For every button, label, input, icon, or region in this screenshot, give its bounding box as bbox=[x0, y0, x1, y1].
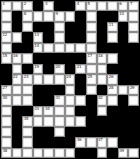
cell-r9c8-block bbox=[75, 85, 86, 95]
cell-r5c8[interactable] bbox=[75, 43, 86, 53]
cell-r11c12-block bbox=[118, 106, 129, 116]
cell-r12c9-block bbox=[86, 116, 97, 126]
cell-r5c5[interactable] bbox=[43, 43, 54, 53]
clue-number-21: 21 bbox=[77, 65, 82, 69]
cell-r5c3-block bbox=[22, 43, 33, 53]
cell-r12c4[interactable] bbox=[33, 116, 44, 126]
cell-r8c12-block bbox=[118, 74, 129, 84]
cell-r1c13[interactable]: 7 bbox=[128, 1, 139, 11]
clue-number-7: 7 bbox=[130, 2, 132, 6]
cell-r15c5[interactable] bbox=[43, 148, 54, 158]
cell-r8c9[interactable]: 25 bbox=[86, 74, 97, 84]
cell-r14c9[interactable] bbox=[86, 137, 97, 147]
clue-number-19: 19 bbox=[34, 65, 39, 69]
cell-r10c1[interactable]: 30 bbox=[1, 95, 12, 105]
cell-r5c4[interactable]: 14 bbox=[33, 43, 44, 53]
cell-r13c2-block bbox=[12, 127, 23, 137]
cell-r6c13-block bbox=[128, 53, 139, 63]
cell-r1c8[interactable]: 4 bbox=[75, 1, 86, 11]
cell-r9c9[interactable] bbox=[86, 85, 97, 95]
cell-r11c7[interactable] bbox=[65, 106, 76, 116]
clue-number-18: 18 bbox=[98, 54, 103, 58]
clue-number-22: 22 bbox=[13, 75, 18, 79]
cell-r2c5[interactable] bbox=[43, 11, 54, 21]
cell-r3c5-block bbox=[43, 22, 54, 32]
clue-number-5: 5 bbox=[87, 2, 89, 6]
cell-r13c8-block bbox=[75, 127, 86, 137]
cell-r11c6[interactable] bbox=[54, 106, 65, 116]
cell-r8c6[interactable] bbox=[54, 74, 65, 84]
cell-r11c5[interactable]: 34 bbox=[43, 106, 54, 116]
cell-r1c2[interactable] bbox=[12, 1, 23, 11]
cell-r5c6[interactable] bbox=[54, 43, 65, 53]
cell-r3c6[interactable] bbox=[54, 22, 65, 32]
cell-r1c4-block bbox=[33, 1, 44, 11]
cell-r10c12-block bbox=[118, 95, 129, 105]
cell-r13c10-block bbox=[97, 127, 108, 137]
cell-r8c10[interactable] bbox=[97, 74, 108, 84]
clue-number-14: 14 bbox=[34, 44, 39, 48]
cell-r8c5[interactable] bbox=[43, 74, 54, 84]
cell-r10c2[interactable] bbox=[12, 95, 23, 105]
cell-r1c11[interactable] bbox=[107, 1, 118, 11]
cell-r10c7[interactable] bbox=[65, 95, 76, 105]
cell-r3c10-block bbox=[97, 22, 108, 32]
cell-r5c12-block bbox=[118, 43, 129, 53]
cell-r13c1[interactable] bbox=[1, 127, 12, 137]
clue-number-8: 8 bbox=[24, 12, 26, 16]
cell-r9c3[interactable] bbox=[22, 85, 33, 95]
cell-r11c10[interactable] bbox=[97, 106, 108, 116]
cell-r9c10-block bbox=[97, 85, 108, 95]
cell-r13c4-block bbox=[33, 127, 44, 137]
clue-number-38: 38 bbox=[3, 149, 8, 153]
clue-number-17: 17 bbox=[87, 54, 92, 58]
cell-r3c11[interactable]: 11 bbox=[107, 22, 118, 32]
cell-r14c4-block bbox=[33, 137, 44, 147]
cell-r13c11-block bbox=[107, 127, 118, 137]
clue-number-20: 20 bbox=[56, 65, 61, 69]
cell-r4c7-block bbox=[65, 32, 76, 42]
cell-r1c7-block bbox=[65, 1, 76, 11]
clue-number-28: 28 bbox=[109, 86, 114, 90]
cell-r2c9[interactable] bbox=[86, 11, 97, 21]
cell-r11c3-block bbox=[22, 106, 33, 116]
cell-r8c7[interactable]: 24 bbox=[65, 74, 76, 84]
cell-r7c7-block bbox=[65, 64, 76, 74]
cell-r4c4[interactable]: 13 bbox=[33, 32, 44, 42]
clue-number-3: 3 bbox=[45, 2, 47, 6]
cell-r3c9[interactable] bbox=[86, 22, 97, 32]
cell-r4c9[interactable] bbox=[86, 32, 97, 42]
clue-number-13: 13 bbox=[34, 33, 39, 37]
cell-r1c10[interactable] bbox=[97, 1, 108, 11]
cell-r2c11-block bbox=[107, 11, 118, 21]
clue-number-1: 1 bbox=[3, 2, 5, 6]
cell-r14c1[interactable] bbox=[1, 137, 12, 147]
cell-r2c3[interactable]: 8 bbox=[22, 11, 33, 21]
cell-r15c11-block bbox=[107, 148, 118, 158]
cell-r8c13-block bbox=[128, 74, 139, 84]
cell-r6c5-block bbox=[43, 53, 54, 63]
clue-number-35: 35 bbox=[24, 117, 29, 121]
cell-r9c2[interactable] bbox=[12, 85, 23, 95]
cell-r1c3[interactable]: 2 bbox=[22, 1, 33, 11]
cell-r12c2-block bbox=[12, 116, 23, 126]
cell-r12c10-block bbox=[97, 116, 108, 126]
cell-r7c12-block bbox=[118, 64, 129, 74]
cell-r5c2-block bbox=[12, 43, 23, 53]
clue-number-34: 34 bbox=[45, 107, 50, 111]
clue-number-26: 26 bbox=[109, 75, 114, 79]
cell-r9c12[interactable] bbox=[118, 85, 129, 95]
cell-r4c3-block bbox=[22, 32, 33, 42]
cell-r11c1[interactable] bbox=[1, 106, 12, 116]
cell-r14c11[interactable] bbox=[107, 137, 118, 147]
cell-r8c1-block bbox=[1, 74, 12, 84]
cell-r15c2[interactable] bbox=[12, 148, 23, 158]
cell-r14c5-block bbox=[43, 137, 54, 147]
cell-r15c7[interactable] bbox=[65, 148, 76, 158]
cell-r4c13[interactable] bbox=[128, 32, 139, 42]
cell-r11c8-block bbox=[75, 106, 86, 116]
clue-number-29: 29 bbox=[130, 86, 135, 90]
cell-r5c11-block bbox=[107, 43, 118, 53]
cell-r15c13[interactable] bbox=[128, 148, 139, 158]
cell-r14c12-block bbox=[118, 137, 129, 147]
cell-r14c3[interactable] bbox=[22, 137, 33, 147]
cell-r11c4[interactable]: 33 bbox=[33, 106, 44, 116]
clue-number-15: 15 bbox=[3, 54, 8, 58]
cell-r12c5[interactable] bbox=[43, 116, 54, 126]
cell-r9c7[interactable] bbox=[65, 85, 76, 95]
cell-r3c12-block bbox=[118, 22, 129, 32]
clue-number-25: 25 bbox=[87, 75, 92, 79]
cell-r6c6-block bbox=[54, 53, 65, 63]
cell-r13c12-block bbox=[118, 127, 129, 137]
cell-r3c3[interactable] bbox=[22, 22, 33, 32]
cell-r4c1[interactable]: 12 bbox=[1, 32, 12, 42]
clue-number-33: 33 bbox=[34, 107, 39, 111]
cell-r1c6-block bbox=[54, 1, 65, 11]
cell-r2c10-block bbox=[97, 11, 108, 21]
cell-r11c11-block bbox=[107, 106, 118, 116]
clue-number-2: 2 bbox=[24, 2, 26, 6]
cell-r5c10-block bbox=[97, 43, 108, 53]
cell-r7c10[interactable] bbox=[97, 64, 108, 74]
cell-r8c8-block bbox=[75, 74, 86, 84]
crossword-board: 1234567891011121314151617181920212223242… bbox=[0, 0, 140, 159]
cell-r6c12-block bbox=[118, 53, 129, 63]
cell-r4c10-block bbox=[97, 32, 108, 42]
clue-number-6: 6 bbox=[119, 2, 121, 6]
cell-r2c1[interactable] bbox=[1, 11, 12, 21]
cell-r7c11-block bbox=[107, 64, 118, 74]
cell-r7c3-block bbox=[22, 64, 33, 74]
cell-r7c2[interactable] bbox=[12, 64, 23, 74]
cell-r15c1[interactable]: 38 bbox=[1, 148, 12, 158]
clue-number-31: 31 bbox=[56, 96, 61, 100]
cell-r4c8-block bbox=[75, 32, 86, 42]
cell-r3c4-block bbox=[33, 22, 44, 32]
cell-r5c13-block bbox=[128, 43, 139, 53]
cell-r15c6[interactable] bbox=[54, 148, 65, 158]
cell-r11c9-block bbox=[86, 106, 97, 116]
cell-r5c1[interactable] bbox=[1, 43, 12, 53]
clue-number-30: 30 bbox=[3, 96, 8, 100]
cell-r7c5-block bbox=[43, 64, 54, 74]
cell-r13c7-block bbox=[65, 127, 76, 137]
cell-r10c8[interactable] bbox=[75, 95, 86, 105]
cell-r13c13-block bbox=[128, 127, 139, 137]
cell-r2c2-block bbox=[12, 11, 23, 21]
cell-r9c1[interactable]: 27 bbox=[1, 85, 12, 95]
cell-r15c4[interactable] bbox=[33, 148, 44, 158]
cell-r9c5-block bbox=[43, 85, 54, 95]
cell-r10c9-block bbox=[86, 95, 97, 105]
cell-r15c3[interactable] bbox=[22, 148, 33, 158]
cell-r1c9[interactable]: 5 bbox=[86, 1, 97, 11]
cell-r13c9-block bbox=[86, 127, 97, 137]
cell-r6c4-block bbox=[33, 53, 44, 63]
cell-r8c4[interactable] bbox=[33, 74, 44, 84]
cell-r8c3[interactable]: 23 bbox=[22, 74, 33, 84]
cell-r14c2-block bbox=[12, 137, 23, 147]
cell-r13c5-block bbox=[43, 127, 54, 137]
cell-r4c6[interactable] bbox=[54, 32, 65, 42]
cell-r6c9[interactable]: 17 bbox=[86, 53, 97, 63]
cell-r14c8[interactable]: 36 bbox=[75, 137, 86, 147]
cell-r12c13-block bbox=[128, 116, 139, 126]
cell-r2c7[interactable] bbox=[65, 11, 76, 21]
clue-number-9: 9 bbox=[56, 12, 58, 16]
cell-r7c9[interactable] bbox=[86, 64, 97, 74]
cell-r9c11[interactable]: 28 bbox=[107, 85, 118, 95]
cell-r8c2[interactable]: 22 bbox=[12, 74, 23, 84]
cell-r1c5[interactable]: 3 bbox=[43, 1, 54, 11]
cell-r15c8-block bbox=[75, 148, 86, 158]
cell-r10c11[interactable] bbox=[107, 95, 118, 105]
clue-number-16: 16 bbox=[13, 54, 18, 58]
clue-number-39: 39 bbox=[119, 149, 124, 153]
cell-r9c6-block bbox=[54, 85, 65, 95]
cell-r12c7[interactable] bbox=[65, 116, 76, 126]
cell-r12c12-block bbox=[118, 116, 129, 126]
cell-r2c12[interactable]: 10 bbox=[118, 11, 129, 21]
cell-r3c2-block bbox=[12, 22, 23, 32]
cell-r14c7-block bbox=[65, 137, 76, 147]
clue-number-37: 37 bbox=[98, 138, 103, 142]
cell-r14c13-block bbox=[128, 137, 139, 147]
clue-number-23: 23 bbox=[24, 75, 29, 79]
cell-r12c3[interactable]: 35 bbox=[22, 116, 33, 126]
cell-r2c13[interactable] bbox=[128, 11, 139, 21]
cell-r5c9[interactable] bbox=[86, 43, 97, 53]
cell-r7c8[interactable]: 21 bbox=[75, 64, 86, 74]
cell-r15c12[interactable]: 39 bbox=[118, 148, 129, 158]
cell-r4c5-block bbox=[43, 32, 54, 42]
cell-r3c13[interactable] bbox=[128, 22, 139, 32]
cell-r6c11[interactable] bbox=[107, 53, 118, 63]
cell-r10c10[interactable]: 32 bbox=[97, 95, 108, 105]
cell-r9c13[interactable]: 29 bbox=[128, 85, 139, 95]
cell-r11c2-block bbox=[12, 106, 23, 116]
cell-r7c6[interactable]: 20 bbox=[54, 64, 65, 74]
cell-r12c8[interactable] bbox=[75, 116, 86, 126]
cell-r15c9-block bbox=[86, 148, 97, 158]
cell-r4c12-block bbox=[118, 32, 129, 42]
cell-r2c8-block bbox=[75, 11, 86, 21]
cell-r12c6[interactable] bbox=[54, 116, 65, 126]
cell-r3c7-block bbox=[65, 22, 76, 32]
cell-r10c5-block bbox=[43, 95, 54, 105]
crossword-grid: 1234567891011121314151617181920212223242… bbox=[0, 0, 140, 159]
cell-r10c3[interactable] bbox=[22, 95, 33, 105]
cell-r14c10[interactable]: 37 bbox=[97, 137, 108, 147]
clue-number-10: 10 bbox=[119, 12, 124, 16]
cell-r4c2[interactable] bbox=[12, 32, 23, 42]
clue-number-11: 11 bbox=[109, 23, 114, 27]
cell-r1c12[interactable]: 6 bbox=[118, 1, 129, 11]
cell-r12c1[interactable] bbox=[1, 116, 12, 126]
cell-r6c10[interactable]: 18 bbox=[97, 53, 108, 63]
cell-r6c3[interactable] bbox=[22, 53, 33, 63]
cell-r4c11[interactable] bbox=[107, 32, 118, 42]
cell-r14c6-block bbox=[54, 137, 65, 147]
cell-r10c13[interactable] bbox=[128, 95, 139, 105]
cell-r6c8-block bbox=[75, 53, 86, 63]
cell-r6c7-block bbox=[65, 53, 76, 63]
cell-r8c11[interactable]: 26 bbox=[107, 74, 118, 84]
cell-r1c1[interactable]: 1 bbox=[1, 1, 12, 11]
cell-r7c13-block bbox=[128, 64, 139, 74]
cell-r13c6[interactable] bbox=[54, 127, 65, 137]
cell-r10c4-block bbox=[33, 95, 44, 105]
cell-r13c3[interactable] bbox=[22, 127, 33, 137]
cell-r11c13-block bbox=[128, 106, 139, 116]
cell-r3c8-block bbox=[75, 22, 86, 32]
cell-r7c1-block bbox=[1, 64, 12, 74]
cell-r6c1[interactable]: 15 bbox=[1, 53, 12, 63]
clue-number-32: 32 bbox=[98, 96, 103, 100]
cell-r12c11-block bbox=[107, 116, 118, 126]
clue-number-4: 4 bbox=[77, 2, 79, 6]
cell-r6c2[interactable]: 16 bbox=[12, 53, 23, 63]
cell-r15c10[interactable] bbox=[97, 148, 108, 158]
clue-number-12: 12 bbox=[3, 33, 8, 37]
clue-number-27: 27 bbox=[3, 86, 8, 90]
cell-r2c4[interactable] bbox=[33, 11, 44, 21]
cell-r10c6[interactable]: 31 bbox=[54, 95, 65, 105]
cell-r2c6[interactable]: 9 bbox=[54, 11, 65, 21]
cell-r3c1[interactable] bbox=[1, 22, 12, 32]
clue-number-36: 36 bbox=[77, 138, 82, 142]
cell-r7c4[interactable]: 19 bbox=[33, 64, 44, 74]
cell-r9c4-block bbox=[33, 85, 44, 95]
clue-number-24: 24 bbox=[66, 75, 71, 79]
cell-r5c7[interactable] bbox=[65, 43, 76, 53]
